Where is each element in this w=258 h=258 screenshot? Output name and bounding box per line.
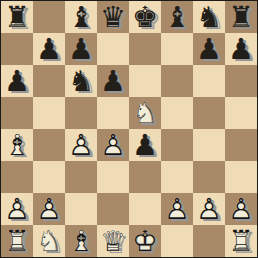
piece-white-pawn[interactable]: ♟♙: [225, 193, 257, 225]
square-f5[interactable]: [161, 97, 193, 129]
white-pawn-outline-icon: ♙: [1, 193, 33, 225]
square-f4[interactable]: [161, 129, 193, 161]
white-pawn-outline-icon: ♙: [193, 193, 225, 225]
black-pawn-icon: ♟: [129, 129, 161, 161]
piece-white-knight[interactable]: ♞♘: [33, 225, 65, 257]
square-e7[interactable]: [129, 33, 161, 65]
piece-black-pawn[interactable]: ♟: [97, 65, 129, 97]
piece-black-pawn[interactable]: ♟: [1, 65, 33, 97]
piece-black-bishop[interactable]: ♝: [161, 1, 193, 33]
square-g7[interactable]: ♟: [193, 33, 225, 65]
square-e2[interactable]: [129, 193, 161, 225]
piece-black-pawn[interactable]: ♟: [225, 33, 257, 65]
square-b6[interactable]: [33, 65, 65, 97]
square-b5[interactable]: [33, 97, 65, 129]
square-e1[interactable]: ♚♔: [129, 225, 161, 257]
square-h3[interactable]: [225, 161, 257, 193]
white-pawn-icon: ♟: [65, 129, 97, 161]
white-rook-outline-icon: ♖: [1, 225, 33, 257]
piece-black-pawn[interactable]: ♟: [65, 33, 97, 65]
square-c2[interactable]: [65, 193, 97, 225]
white-pawn-outline-icon: ♙: [161, 193, 193, 225]
white-bishop-outline-icon: ♗: [65, 225, 97, 257]
black-bishop-icon: ♝: [65, 1, 97, 33]
square-a1[interactable]: ♜♖: [1, 225, 33, 257]
square-h2[interactable]: ♟♙: [225, 193, 257, 225]
square-d5[interactable]: [97, 97, 129, 129]
square-a6[interactable]: ♟: [1, 65, 33, 97]
piece-white-knight[interactable]: ♞♘: [129, 97, 161, 129]
square-a3[interactable]: [1, 161, 33, 193]
black-bishop-icon: ♝: [161, 1, 193, 33]
square-d4[interactable]: ♟♙: [97, 129, 129, 161]
white-pawn-outline-icon: ♙: [225, 193, 257, 225]
white-rook-icon: ♜: [1, 225, 33, 257]
piece-black-pawn[interactable]: ♟: [33, 33, 65, 65]
square-f6[interactable]: [161, 65, 193, 97]
square-g3[interactable]: [193, 161, 225, 193]
square-c7[interactable]: ♟: [65, 33, 97, 65]
square-h8[interactable]: ♜: [225, 1, 257, 33]
square-a2[interactable]: ♟♙: [1, 193, 33, 225]
piece-black-pawn[interactable]: ♟: [193, 33, 225, 65]
white-knight-icon: ♞: [129, 97, 161, 129]
black-knight-icon: ♞: [65, 65, 97, 97]
square-e8[interactable]: ♚: [129, 1, 161, 33]
square-b7[interactable]: ♟: [33, 33, 65, 65]
square-a5[interactable]: [1, 97, 33, 129]
square-e5[interactable]: ♞♘: [129, 97, 161, 129]
black-knight-icon: ♞: [193, 1, 225, 33]
piece-white-pawn[interactable]: ♟♙: [97, 129, 129, 161]
piece-black-rook[interactable]: ♜: [225, 1, 257, 33]
square-e4[interactable]: ♟: [129, 129, 161, 161]
chess-board-window: ♜♝♛♚♝♞♜♟♟♟♟♟♞♟♞♘♝♗♟♙♟♙♟♟♙♟♙♟♙♟♙♟♙♜♖♞♘♝♗♛…: [0, 0, 258, 258]
white-pawn-icon: ♟: [161, 193, 193, 225]
piece-black-bishop[interactable]: ♝: [65, 1, 97, 33]
square-c8[interactable]: ♝: [65, 1, 97, 33]
piece-white-king[interactable]: ♚♔: [129, 225, 161, 257]
square-g8[interactable]: ♞: [193, 1, 225, 33]
black-queen-icon: ♛: [97, 1, 129, 33]
square-c6[interactable]: ♞: [65, 65, 97, 97]
black-king-icon: ♚: [129, 1, 161, 33]
piece-black-knight[interactable]: ♞: [65, 65, 97, 97]
white-queen-icon: ♛: [97, 225, 129, 257]
piece-white-pawn[interactable]: ♟♙: [33, 193, 65, 225]
black-pawn-icon: ♟: [1, 65, 33, 97]
white-rook-outline-icon: ♖: [225, 225, 257, 257]
piece-black-pawn[interactable]: ♟: [129, 129, 161, 161]
piece-white-pawn[interactable]: ♟♙: [193, 193, 225, 225]
white-pawn-icon: ♟: [1, 193, 33, 225]
square-c4[interactable]: ♟♙: [65, 129, 97, 161]
white-knight-outline-icon: ♘: [33, 225, 65, 257]
square-d8[interactable]: ♛: [97, 1, 129, 33]
square-d3[interactable]: [97, 161, 129, 193]
square-h4[interactable]: [225, 129, 257, 161]
white-pawn-icon: ♟: [225, 193, 257, 225]
square-e3[interactable]: [129, 161, 161, 193]
square-a8[interactable]: ♜: [1, 1, 33, 33]
white-queen-outline-icon: ♕: [97, 225, 129, 257]
piece-white-pawn[interactable]: ♟♙: [161, 193, 193, 225]
square-g2[interactable]: ♟♙: [193, 193, 225, 225]
white-bishop-icon: ♝: [65, 225, 97, 257]
piece-black-king[interactable]: ♚: [129, 1, 161, 33]
piece-black-knight[interactable]: ♞: [193, 1, 225, 33]
black-pawn-icon: ♟: [225, 33, 257, 65]
square-b2[interactable]: ♟♙: [33, 193, 65, 225]
square-e6[interactable]: [129, 65, 161, 97]
piece-white-rook[interactable]: ♜♖: [1, 225, 33, 257]
white-pawn-outline-icon: ♙: [33, 193, 65, 225]
black-pawn-icon: ♟: [33, 33, 65, 65]
piece-black-queen[interactable]: ♛: [97, 1, 129, 33]
square-d1[interactable]: ♛♕: [97, 225, 129, 257]
square-f1[interactable]: [161, 225, 193, 257]
piece-white-bishop[interactable]: ♝♗: [1, 129, 33, 161]
square-c5[interactable]: [65, 97, 97, 129]
square-h1[interactable]: ♜♖: [225, 225, 257, 257]
square-g4[interactable]: [193, 129, 225, 161]
black-rook-icon: ♜: [225, 1, 257, 33]
white-rook-icon: ♜: [225, 225, 257, 257]
square-h7[interactable]: ♟: [225, 33, 257, 65]
piece-white-bishop[interactable]: ♝♗: [65, 225, 97, 257]
black-rook-icon: ♜: [1, 1, 33, 33]
square-b1[interactable]: ♞♘: [33, 225, 65, 257]
white-pawn-icon: ♟: [33, 193, 65, 225]
black-pawn-icon: ♟: [193, 33, 225, 65]
white-pawn-outline-icon: ♙: [65, 129, 97, 161]
square-f8[interactable]: ♝: [161, 1, 193, 33]
square-f2[interactable]: ♟♙: [161, 193, 193, 225]
square-b3[interactable]: [33, 161, 65, 193]
square-b4[interactable]: [33, 129, 65, 161]
white-king-icon: ♚: [129, 225, 161, 257]
square-g5[interactable]: [193, 97, 225, 129]
white-king-outline-icon: ♔: [129, 225, 161, 257]
piece-white-pawn[interactable]: ♟♙: [1, 193, 33, 225]
white-pawn-icon: ♟: [193, 193, 225, 225]
white-bishop-outline-icon: ♗: [1, 129, 33, 161]
square-d6[interactable]: ♟: [97, 65, 129, 97]
white-pawn-outline-icon: ♙: [97, 129, 129, 161]
piece-black-rook[interactable]: ♜: [1, 1, 33, 33]
square-f7[interactable]: [161, 33, 193, 65]
square-c1[interactable]: ♝♗: [65, 225, 97, 257]
square-d7[interactable]: [97, 33, 129, 65]
white-bishop-icon: ♝: [1, 129, 33, 161]
square-a7[interactable]: [1, 33, 33, 65]
piece-white-pawn[interactable]: ♟♙: [65, 129, 97, 161]
black-pawn-icon: ♟: [97, 65, 129, 97]
square-a4[interactable]: ♝♗: [1, 129, 33, 161]
black-pawn-icon: ♟: [65, 33, 97, 65]
square-f3[interactable]: [161, 161, 193, 193]
square-h5[interactable]: [225, 97, 257, 129]
square-h6[interactable]: [225, 65, 257, 97]
white-knight-outline-icon: ♘: [129, 97, 161, 129]
square-b8[interactable]: [33, 1, 65, 33]
white-knight-icon: ♞: [33, 225, 65, 257]
piece-white-queen[interactable]: ♛♕: [97, 225, 129, 257]
piece-white-rook[interactable]: ♜♖: [225, 225, 257, 257]
square-c3[interactable]: [65, 161, 97, 193]
square-g6[interactable]: [193, 65, 225, 97]
square-g1[interactable]: [193, 225, 225, 257]
chess-board: ♜♝♛♚♝♞♜♟♟♟♟♟♞♟♞♘♝♗♟♙♟♙♟♟♙♟♙♟♙♟♙♟♙♜♖♞♘♝♗♛…: [0, 0, 258, 258]
square-d2[interactable]: [97, 193, 129, 225]
white-pawn-icon: ♟: [97, 129, 129, 161]
